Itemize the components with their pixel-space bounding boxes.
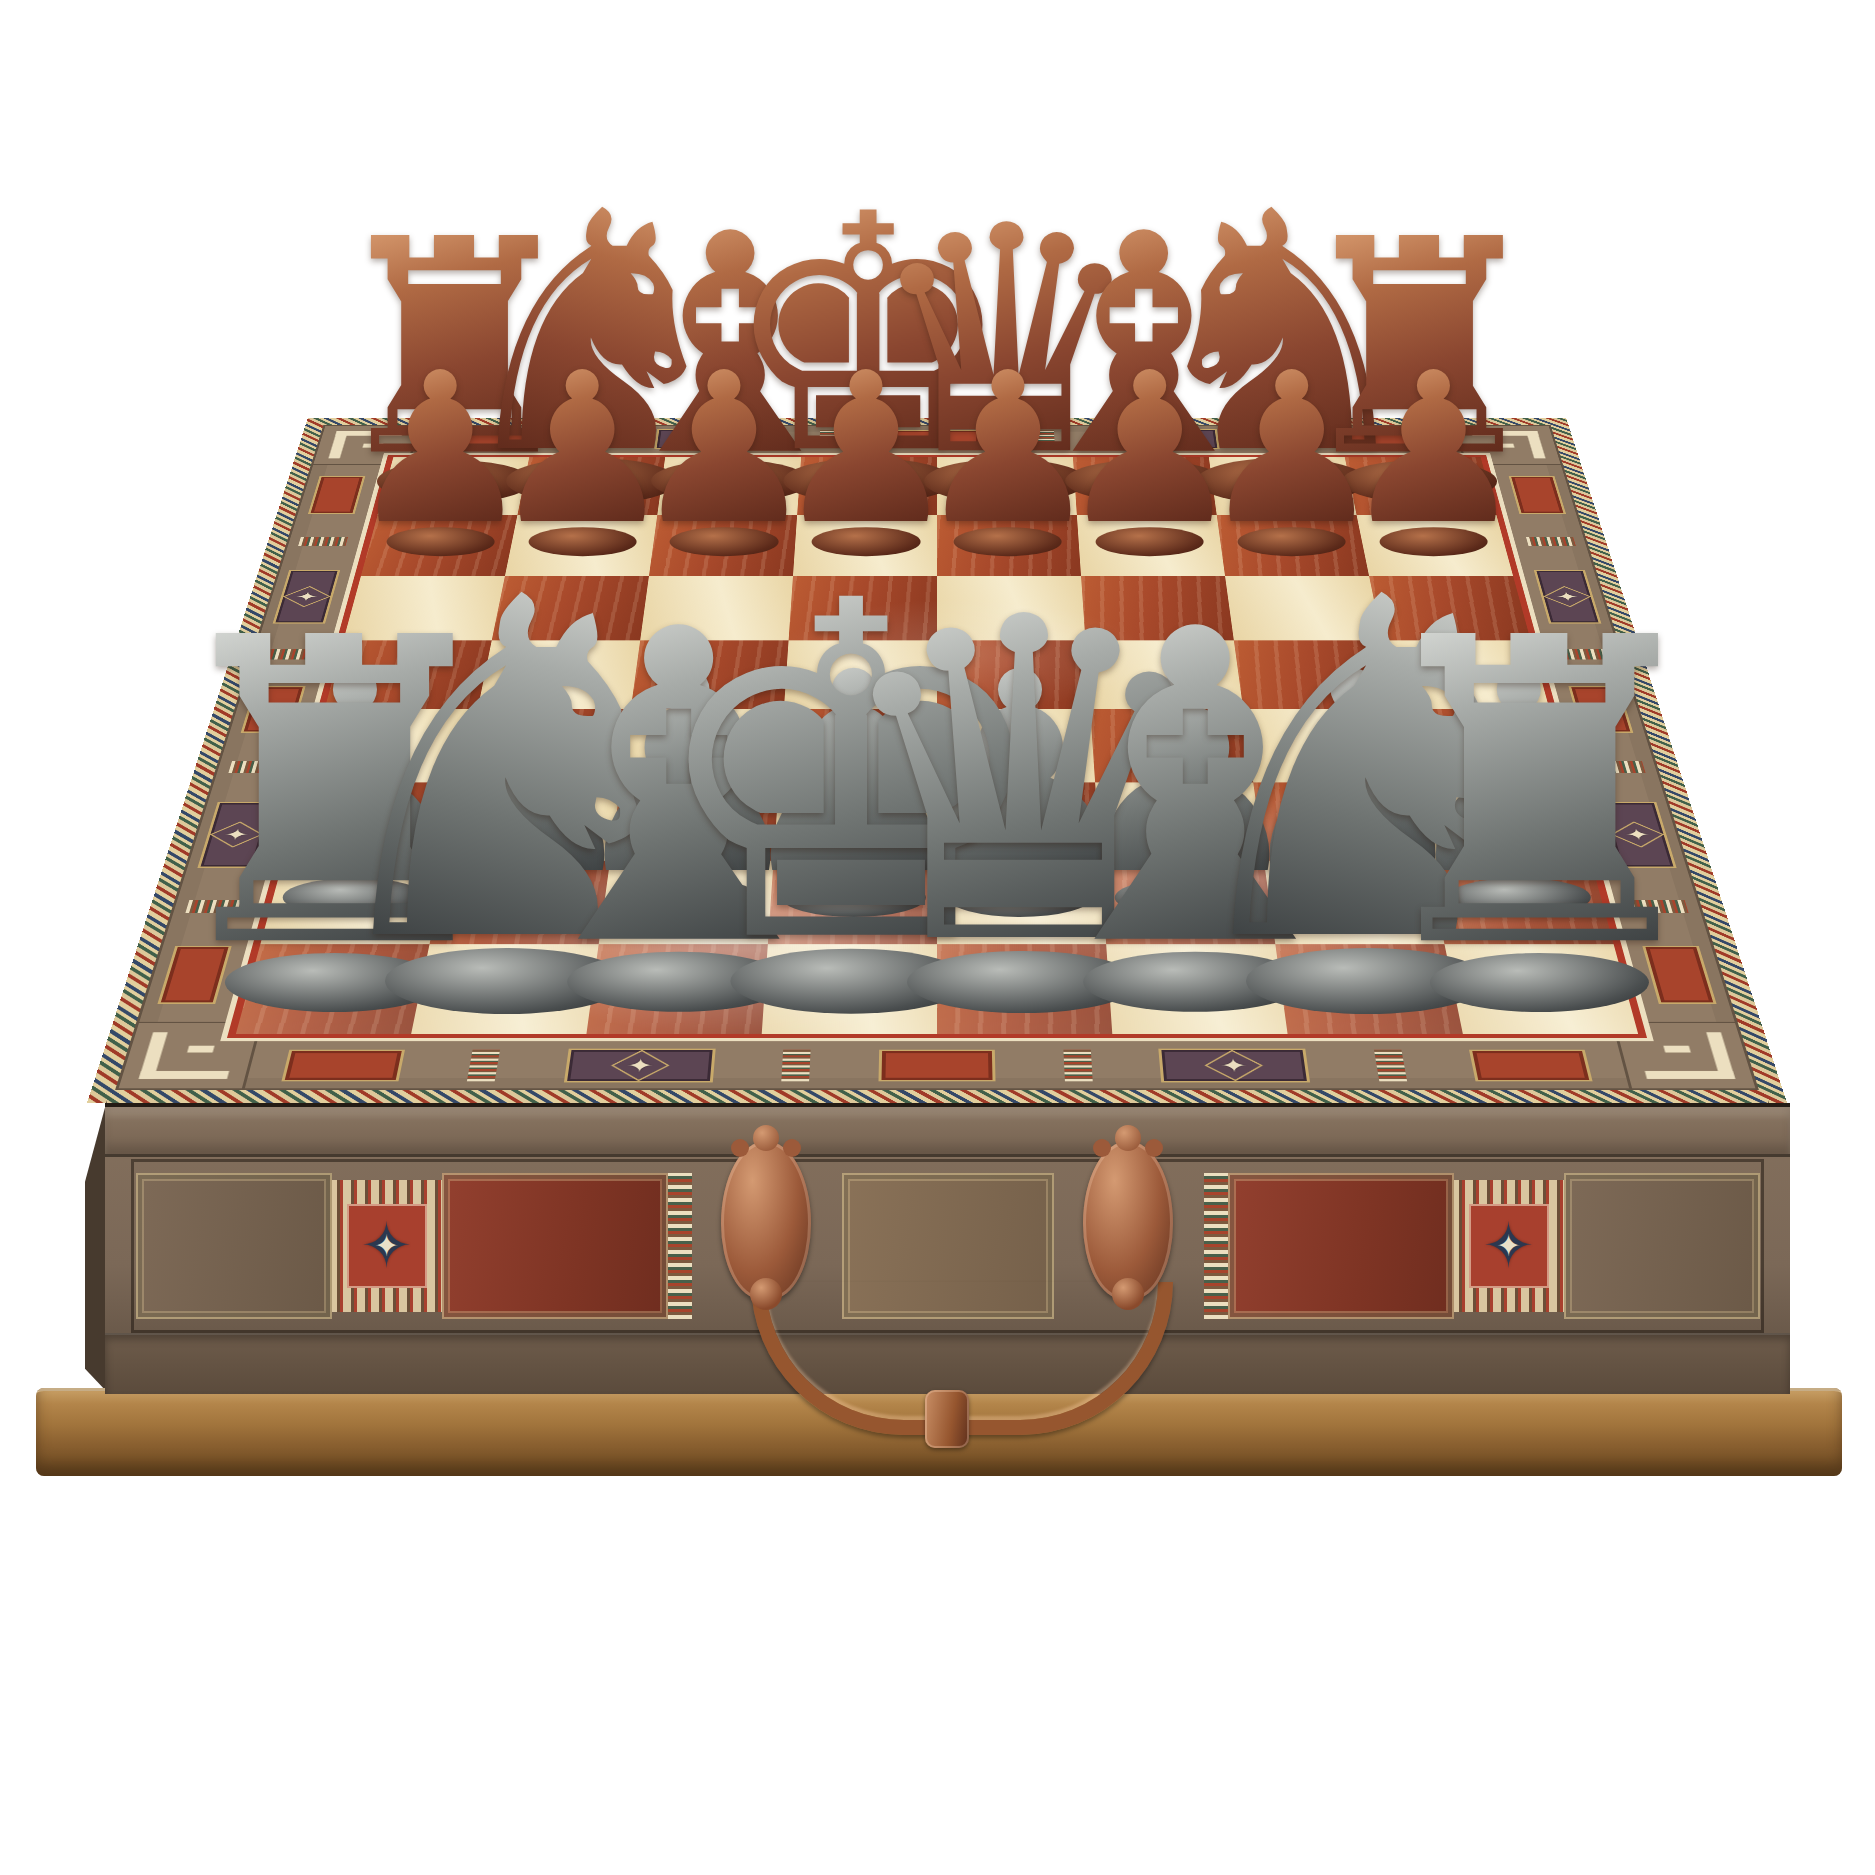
handle-pivot-icon [750, 1278, 782, 1310]
border-motif-brick [281, 1050, 405, 1082]
border-motif-dots [1374, 1050, 1407, 1082]
border-motif-diamond: ✦ [1158, 1049, 1310, 1083]
handle-center-knuckle [925, 1390, 969, 1448]
handle-pivot-icon [1112, 1278, 1144, 1310]
piece-white-rook-h1[interactable]: ♜ [1351, 584, 1728, 1005]
drawer-handle-backplate-right [1083, 1141, 1173, 1299]
border-motif-dots [782, 1050, 811, 1082]
star-motif-icon: ✦ [1219, 1056, 1249, 1074]
border-motif-brick [1469, 1050, 1593, 1082]
star-motif-icon: ✦ [625, 1056, 655, 1074]
r-glyph-icon: ♜ [1351, 584, 1728, 1005]
border-strip-front: ✦✦ [244, 1041, 1629, 1090]
box-top-rail [105, 1107, 1790, 1157]
box-left-side [85, 1100, 107, 1392]
border-motif-brick [878, 1050, 995, 1082]
border-motif-dots [1063, 1050, 1092, 1082]
border-motif-diamond: ✦ [564, 1049, 716, 1083]
border-motif-dots [467, 1050, 500, 1082]
drawer-handle-backplate-left [721, 1141, 811, 1299]
pieces-layer: ♜♞♝♚♛♝♞♜♟♟♟♟♟♟♟♟♟♟♟♟♟♟♟♟♜♞♝♚♛♝♞♜ [0, 0, 1875, 1875]
chess-set-scene: ✦✦ ✦✦ ✦✦ ✦✦ ♜♞♝♚♛♝♞♜♟♟♟♟♟♟♟♟♟♟♟♟♟♟♟♟♜♞♝♚… [0, 0, 1875, 1875]
